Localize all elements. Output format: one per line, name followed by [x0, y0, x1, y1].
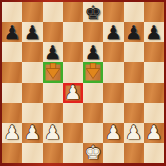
square-d1[interactable]	[63, 143, 83, 163]
black-pawn: ♟	[24, 22, 41, 41]
square-e5[interactable]	[83, 62, 103, 82]
square-d6[interactable]	[63, 42, 83, 62]
square-g2[interactable]: ♟	[124, 123, 144, 143]
square-a2[interactable]: ♟	[2, 123, 22, 143]
square-f6[interactable]	[103, 42, 123, 62]
square-d5[interactable]	[63, 62, 83, 82]
square-a8[interactable]	[2, 2, 22, 22]
square-c7[interactable]	[43, 22, 63, 42]
move-hint-down-arrow-icon	[44, 63, 62, 80]
black-pawn: ♟	[44, 42, 61, 61]
square-a1[interactable]	[2, 143, 22, 163]
square-c3[interactable]	[43, 103, 63, 123]
white-pawn: ♟	[105, 123, 122, 142]
black-pawn: ♟	[105, 22, 122, 41]
square-a5[interactable]	[2, 62, 22, 82]
square-f8[interactable]	[103, 2, 123, 22]
square-b5[interactable]	[22, 62, 42, 82]
square-g3[interactable]	[124, 103, 144, 123]
white-pawn: ♟	[24, 123, 41, 142]
square-c2[interactable]: ♟	[43, 123, 63, 143]
board-border: ♚♟♟♟♟♟♟♟♟♟♟♟♟♟♟♚	[0, 0, 166, 166]
square-e2[interactable]	[83, 123, 103, 143]
square-d7[interactable]	[63, 22, 83, 42]
square-b6[interactable]	[22, 42, 42, 62]
square-c1[interactable]	[43, 143, 63, 163]
square-b7[interactable]: ♟	[22, 22, 42, 42]
black-pawn: ♟	[4, 22, 21, 41]
square-b3[interactable]	[22, 103, 42, 123]
square-c6[interactable]: ♟	[43, 42, 63, 62]
chess-board: ♚♟♟♟♟♟♟♟♟♟♟♟♟♟♟♚	[2, 2, 164, 163]
square-h6[interactable]	[144, 42, 164, 62]
square-h8[interactable]	[144, 2, 164, 22]
square-g7[interactable]: ♟	[124, 22, 144, 42]
square-e4[interactable]	[83, 83, 103, 103]
square-c4[interactable]	[43, 83, 63, 103]
square-f3[interactable]	[103, 103, 123, 123]
square-b8[interactable]	[22, 2, 42, 22]
square-g4[interactable]	[124, 83, 144, 103]
square-g5[interactable]	[124, 62, 144, 82]
square-a6[interactable]	[2, 42, 22, 62]
white-pawn: ♟	[145, 123, 162, 142]
square-f2[interactable]: ♟	[103, 123, 123, 143]
square-a3[interactable]	[2, 103, 22, 123]
square-e1[interactable]: ♚	[83, 143, 103, 163]
black-pawn: ♟	[145, 22, 162, 41]
square-a7[interactable]: ♟	[2, 22, 22, 42]
white-pawn: ♟	[44, 123, 61, 142]
black-pawn: ♟	[85, 42, 102, 61]
square-h4[interactable]	[144, 83, 164, 103]
square-h3[interactable]	[144, 103, 164, 123]
square-f1[interactable]	[103, 143, 123, 163]
square-f7[interactable]: ♟	[103, 22, 123, 42]
square-g8[interactable]	[124, 2, 144, 22]
square-b4[interactable]	[22, 83, 42, 103]
square-b2[interactable]: ♟	[22, 123, 42, 143]
black-pawn: ♟	[125, 22, 142, 41]
square-d4[interactable]: ♟	[63, 83, 83, 103]
square-f5[interactable]	[103, 62, 123, 82]
move-hint-down-arrow-icon	[84, 63, 102, 80]
square-e6[interactable]: ♟	[83, 42, 103, 62]
square-c5[interactable]	[43, 62, 63, 82]
square-c8[interactable]	[43, 2, 63, 22]
square-g6[interactable]	[124, 42, 144, 62]
square-h1[interactable]	[144, 143, 164, 163]
square-f4[interactable]	[103, 83, 123, 103]
white-king: ♚	[85, 143, 102, 162]
white-pawn: ♟	[4, 123, 21, 142]
square-g1[interactable]	[124, 143, 144, 163]
square-h5[interactable]	[144, 62, 164, 82]
black-king: ♚	[85, 2, 102, 21]
white-pawn: ♟	[125, 123, 142, 142]
square-h7[interactable]: ♟	[144, 22, 164, 42]
square-e3[interactable]	[83, 103, 103, 123]
square-a4[interactable]	[2, 83, 22, 103]
square-e7[interactable]	[83, 22, 103, 42]
square-d2[interactable]	[63, 123, 83, 143]
square-d8[interactable]	[63, 2, 83, 22]
square-d3[interactable]	[63, 103, 83, 123]
square-h2[interactable]: ♟	[144, 123, 164, 143]
white-pawn: ♟	[64, 83, 81, 102]
square-e8[interactable]: ♚	[83, 2, 103, 22]
square-b1[interactable]	[22, 143, 42, 163]
